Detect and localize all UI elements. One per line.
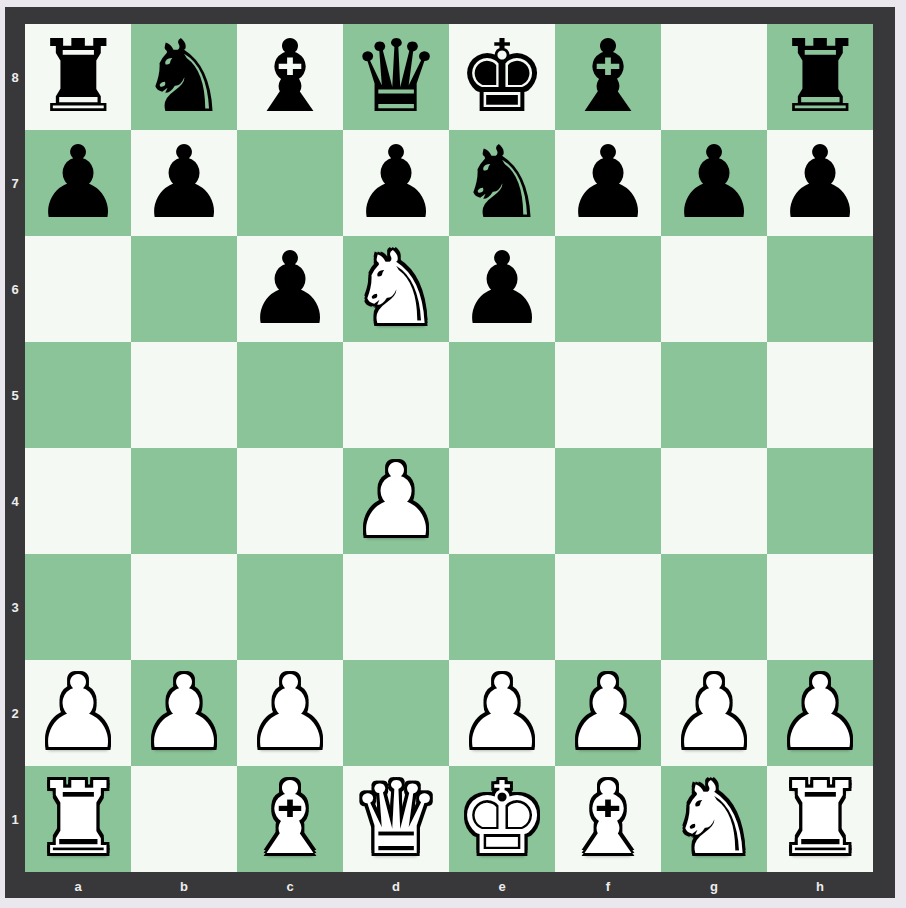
square-b6[interactable] <box>131 236 237 342</box>
file-label-f: f <box>555 874 661 898</box>
white-pawn[interactable]: ♟ <box>457 660 547 766</box>
square-f4[interactable] <box>555 448 661 554</box>
chessboard-frame: 87654321 ♜♞♝♛♚♝♜♟♟♟♞♟♟♟♟♞♟♟♟♟♟♟♟♟♟♜♝♛♚♝♞… <box>5 7 895 898</box>
white-pawn[interactable]: ♟ <box>563 660 653 766</box>
square-c7[interactable] <box>237 130 343 236</box>
rank-label-4: 4 <box>5 448 25 554</box>
black-rook[interactable]: ♜ <box>775 24 865 130</box>
file-label-e: e <box>449 874 555 898</box>
square-e2[interactable]: ♟ <box>449 660 555 766</box>
square-f8[interactable]: ♝ <box>555 24 661 130</box>
square-d7[interactable]: ♟ <box>343 130 449 236</box>
square-d6[interactable]: ♞ <box>343 236 449 342</box>
square-f2[interactable]: ♟ <box>555 660 661 766</box>
white-knight[interactable]: ♞ <box>351 236 441 342</box>
black-pawn[interactable]: ♟ <box>351 130 441 236</box>
rank-label-6: 6 <box>5 236 25 342</box>
white-pawn[interactable]: ♟ <box>669 660 759 766</box>
square-h3[interactable] <box>767 554 873 660</box>
white-rook[interactable]: ♜ <box>33 766 123 872</box>
square-d2[interactable] <box>343 660 449 766</box>
square-e5[interactable] <box>449 342 555 448</box>
square-c6[interactable]: ♟ <box>237 236 343 342</box>
rank-label-3: 3 <box>5 554 25 660</box>
square-a1[interactable]: ♜ <box>25 766 131 872</box>
square-b7[interactable]: ♟ <box>131 130 237 236</box>
square-e6[interactable]: ♟ <box>449 236 555 342</box>
file-label-b: b <box>131 874 237 898</box>
square-e8[interactable]: ♚ <box>449 24 555 130</box>
square-f5[interactable] <box>555 342 661 448</box>
black-pawn[interactable]: ♟ <box>775 130 865 236</box>
square-b8[interactable]: ♞ <box>131 24 237 130</box>
black-pawn[interactable]: ♟ <box>669 130 759 236</box>
square-c4[interactable] <box>237 448 343 554</box>
square-e3[interactable] <box>449 554 555 660</box>
chessboard: ♜♞♝♛♚♝♜♟♟♟♞♟♟♟♟♞♟♟♟♟♟♟♟♟♟♜♝♛♚♝♞♜ <box>25 24 873 872</box>
square-f3[interactable] <box>555 554 661 660</box>
white-bishop[interactable]: ♝ <box>245 766 335 872</box>
square-g8[interactable] <box>661 24 767 130</box>
black-pawn[interactable]: ♟ <box>563 130 653 236</box>
square-a3[interactable] <box>25 554 131 660</box>
white-pawn[interactable]: ♟ <box>33 660 123 766</box>
white-pawn[interactable]: ♟ <box>245 660 335 766</box>
square-e4[interactable] <box>449 448 555 554</box>
square-g6[interactable] <box>661 236 767 342</box>
black-bishop[interactable]: ♝ <box>245 24 335 130</box>
white-rook[interactable]: ♜ <box>775 766 865 872</box>
square-e1[interactable]: ♚ <box>449 766 555 872</box>
black-bishop[interactable]: ♝ <box>563 24 653 130</box>
square-f1[interactable]: ♝ <box>555 766 661 872</box>
square-h2[interactable]: ♟ <box>767 660 873 766</box>
square-g1[interactable]: ♞ <box>661 766 767 872</box>
square-h8[interactable]: ♜ <box>767 24 873 130</box>
square-g2[interactable]: ♟ <box>661 660 767 766</box>
square-b2[interactable]: ♟ <box>131 660 237 766</box>
square-g3[interactable] <box>661 554 767 660</box>
square-c3[interactable] <box>237 554 343 660</box>
square-c2[interactable]: ♟ <box>237 660 343 766</box>
rank-label-8: 8 <box>5 24 25 130</box>
square-d1[interactable]: ♛ <box>343 766 449 872</box>
square-c8[interactable]: ♝ <box>237 24 343 130</box>
square-g4[interactable] <box>661 448 767 554</box>
file-label-h: h <box>767 874 873 898</box>
page-background: 87654321 ♜♞♝♛♚♝♜♟♟♟♞♟♟♟♟♞♟♟♟♟♟♟♟♟♟♜♝♛♚♝♞… <box>0 0 906 908</box>
rank-label-2: 2 <box>5 660 25 766</box>
file-label-a: a <box>25 874 131 898</box>
white-bishop[interactable]: ♝ <box>563 766 653 872</box>
square-c5[interactable] <box>237 342 343 448</box>
square-b4[interactable] <box>131 448 237 554</box>
square-b5[interactable] <box>131 342 237 448</box>
file-label-c: c <box>237 874 343 898</box>
square-b1[interactable] <box>131 766 237 872</box>
file-labels: abcdefgh <box>25 874 873 898</box>
square-a2[interactable]: ♟ <box>25 660 131 766</box>
black-knight[interactable]: ♞ <box>139 24 229 130</box>
black-pawn[interactable]: ♟ <box>457 236 547 342</box>
white-pawn[interactable]: ♟ <box>139 660 229 766</box>
file-label-g: g <box>661 874 767 898</box>
white-queen[interactable]: ♛ <box>351 766 441 872</box>
square-e7[interactable]: ♞ <box>449 130 555 236</box>
square-a6[interactable] <box>25 236 131 342</box>
file-label-d: d <box>343 874 449 898</box>
square-h4[interactable] <box>767 448 873 554</box>
square-c1[interactable]: ♝ <box>237 766 343 872</box>
square-f6[interactable] <box>555 236 661 342</box>
square-d5[interactable] <box>343 342 449 448</box>
black-pawn[interactable]: ♟ <box>33 130 123 236</box>
white-pawn[interactable]: ♟ <box>775 660 865 766</box>
square-a8[interactable]: ♜ <box>25 24 131 130</box>
square-h6[interactable] <box>767 236 873 342</box>
white-knight[interactable]: ♞ <box>669 766 759 872</box>
square-h7[interactable]: ♟ <box>767 130 873 236</box>
white-pawn[interactable]: ♟ <box>351 448 441 554</box>
square-d3[interactable] <box>343 554 449 660</box>
square-g5[interactable] <box>661 342 767 448</box>
rank-labels: 87654321 <box>5 24 25 872</box>
square-d4[interactable]: ♟ <box>343 448 449 554</box>
square-a5[interactable] <box>25 342 131 448</box>
black-king[interactable]: ♚ <box>457 24 547 130</box>
square-g7[interactable]: ♟ <box>661 130 767 236</box>
black-queen[interactable]: ♛ <box>351 24 441 130</box>
square-f7[interactable]: ♟ <box>555 130 661 236</box>
square-d8[interactable]: ♛ <box>343 24 449 130</box>
square-h1[interactable]: ♜ <box>767 766 873 872</box>
square-a7[interactable]: ♟ <box>25 130 131 236</box>
black-pawn[interactable]: ♟ <box>139 130 229 236</box>
rank-label-1: 1 <box>5 766 25 872</box>
black-rook[interactable]: ♜ <box>33 24 123 130</box>
white-king[interactable]: ♚ <box>457 766 547 872</box>
square-b3[interactable] <box>131 554 237 660</box>
square-a4[interactable] <box>25 448 131 554</box>
rank-label-5: 5 <box>5 342 25 448</box>
black-pawn[interactable]: ♟ <box>245 236 335 342</box>
square-h5[interactable] <box>767 342 873 448</box>
rank-label-7: 7 <box>5 130 25 236</box>
black-knight[interactable]: ♞ <box>457 130 547 236</box>
